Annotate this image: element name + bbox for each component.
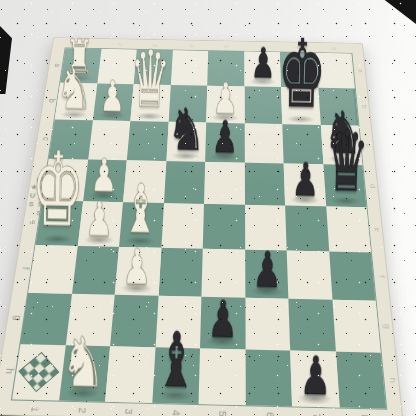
piece-white-queen-b3[interactable]: ♛	[129, 40, 171, 119]
square-g8[interactable]	[332, 300, 381, 353]
file-label-left-f: f	[19, 267, 29, 270]
square-e4[interactable]	[161, 203, 204, 249]
square-e1[interactable]: ♚	[36, 200, 83, 246]
square-c3[interactable]	[127, 121, 168, 161]
piece-black-bishop-h4[interactable]: ♝	[155, 322, 197, 399]
square-f6[interactable]: ♟	[245, 250, 289, 299]
square-f7[interactable]	[287, 251, 332, 300]
file-label-left-b: b	[46, 99, 55, 103]
square-h8[interactable]	[335, 352, 386, 409]
dark-table-sliver-left	[0, 26, 12, 94]
square-h3[interactable]	[105, 346, 155, 403]
square-b2[interactable]: ♟	[92, 84, 133, 122]
square-f8[interactable]	[329, 251, 376, 300]
piece-black-pawn-g5[interactable]: ♟	[207, 293, 238, 345]
file-label-right-f: f	[377, 275, 386, 277]
piece-black-knight-c4[interactable]: ♞	[166, 100, 206, 159]
square-f3[interactable]: ♟	[115, 247, 161, 296]
square-f1[interactable]	[28, 245, 77, 294]
square-h6[interactable]	[245, 349, 292, 406]
square-b3[interactable]: ♛	[130, 84, 170, 122]
file-label-left-a: a	[52, 63, 61, 67]
square-e7[interactable]	[285, 206, 329, 252]
square-h2[interactable]: ♞	[59, 345, 111, 401]
square-d8[interactable]: ♛	[323, 164, 366, 207]
piece-white-knight-h2[interactable]: ♞	[60, 327, 107, 397]
piece-black-queen-d8[interactable]: ♛	[324, 119, 370, 204]
file-label-left-h: h	[2, 368, 13, 374]
piece-white-bishop-e3[interactable]: ♝	[122, 175, 160, 244]
square-d5[interactable]	[204, 162, 245, 205]
piece-white-pawn-e2[interactable]: ♟	[85, 195, 114, 243]
rank-label-top-2: 2	[116, 43, 122, 46]
file-label-right-a: a	[356, 69, 364, 72]
square-e8[interactable]	[326, 206, 371, 252]
piece-black-pawn-d7[interactable]: ♟	[292, 156, 320, 203]
rank-label-top-5: 5	[223, 45, 229, 48]
rank-label-top-3: 3	[152, 44, 158, 47]
file-label-right-d: d	[368, 184, 376, 188]
square-e5[interactable]	[203, 204, 245, 250]
square-d4[interactable]	[163, 161, 205, 204]
file-label-right-g: g	[382, 324, 391, 329]
square-c5[interactable]: ♟	[205, 123, 244, 163]
rank-label-bottom-1: 1	[28, 406, 39, 412]
square-h4[interactable]: ♝	[152, 347, 200, 404]
rank-label-top-4: 4	[187, 44, 193, 47]
file-label-right-b: b	[360, 105, 368, 108]
piece-white-pawn-b2[interactable]: ♟	[99, 74, 125, 117]
rank-label-bottom-2: 2	[75, 407, 86, 413]
file-label-right-e: e	[372, 228, 381, 232]
piece-black-king-b7[interactable]: ♚	[277, 27, 328, 122]
rank-label-bottom-7: 7	[310, 412, 321, 416]
square-h1[interactable]	[12, 344, 65, 400]
square-h7[interactable]: ♟	[290, 351, 339, 408]
piece-white-pawn-f3[interactable]: ♟	[122, 242, 152, 292]
square-a6[interactable]: ♟	[244, 52, 281, 88]
square-g5[interactable]: ♟	[200, 297, 245, 350]
rank-label-top-6: 6	[258, 45, 264, 48]
file-label-left-g: g	[11, 315, 22, 320]
board-grid: ♜♟♞♟♛♟♚♞♟♞♟♟♛♚♟♝♟♟♟♞♝♟	[12, 48, 386, 408]
square-c4[interactable]: ♞	[166, 122, 206, 162]
rank-label-top-7: 7	[294, 46, 300, 49]
square-e2[interactable]: ♟	[77, 201, 123, 247]
square-c6[interactable]	[244, 123, 283, 163]
square-a4[interactable]	[170, 50, 208, 85]
us-chess-logo	[18, 352, 59, 393]
chessboard: ♜♟♞♟♛♟♚♞♟♞♟♟♛♚♟♝♟♟♟♞♝♟ ★US CHESS aa11bb2…	[0, 37, 404, 416]
piece-white-knight-b1[interactable]: ♞	[55, 61, 93, 118]
square-g6[interactable]	[245, 298, 290, 351]
square-g3[interactable]	[110, 295, 158, 348]
board-scene: ♜♟♞♟♛♟♚♞♟♞♟♟♛♚♟♝♟♟♟♞♝♟ ★US CHESS aa11bb2…	[0, 37, 404, 416]
square-b1[interactable]: ♞	[55, 83, 97, 121]
rank-label-bottom-5: 5	[216, 410, 227, 416]
piece-black-pawn-c5[interactable]: ♟	[212, 114, 239, 159]
photo-background: { "game": "chess", "scene": "overhead ph…	[0, 0, 416, 416]
rank-label-bottom-4: 4	[169, 409, 180, 415]
square-f2[interactable]	[71, 246, 119, 295]
piece-black-pawn-h7[interactable]: ♟	[300, 349, 333, 403]
rank-label-top-1: 1	[81, 42, 87, 45]
file-label-right-h: h	[387, 378, 397, 383]
rank-label-top-8: 8	[330, 47, 336, 50]
piece-white-king-e1[interactable]: ♚	[30, 138, 86, 242]
dark-table-corner-top-right	[382, 0, 416, 24]
square-d6[interactable]	[244, 163, 285, 206]
square-b7[interactable]: ♚	[281, 87, 320, 125]
square-h5[interactable]	[198, 348, 245, 405]
square-d7[interactable]: ♟	[284, 164, 326, 207]
rank-label-bottom-6: 6	[263, 411, 274, 416]
square-f4[interactable]	[158, 248, 203, 297]
piece-black-pawn-f6[interactable]: ♟	[252, 245, 282, 295]
rank-label-bottom-3: 3	[122, 408, 133, 414]
